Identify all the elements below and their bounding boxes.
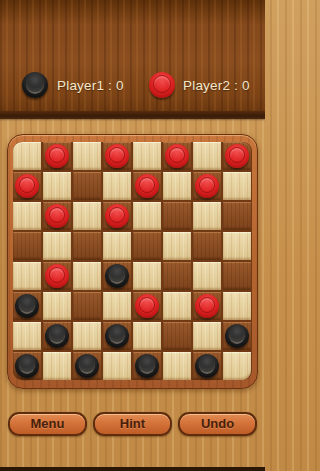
- board-square[interactable]: [73, 202, 101, 230]
- board-square[interactable]: [103, 322, 131, 350]
- board-square[interactable]: [103, 202, 131, 230]
- score-row: Player1 : 0 Player2 : 0: [0, 72, 265, 99]
- board-square[interactable]: [73, 292, 101, 320]
- board-square[interactable]: [223, 322, 251, 350]
- board-square[interactable]: [193, 322, 221, 350]
- board-square[interactable]: [43, 142, 71, 170]
- board-square[interactable]: [103, 232, 131, 260]
- red-piece[interactable]: [225, 144, 249, 168]
- red-piece[interactable]: [45, 204, 69, 228]
- red-piece[interactable]: [105, 204, 129, 228]
- board-square[interactable]: [193, 232, 221, 260]
- board-square[interactable]: [163, 202, 191, 230]
- board-square[interactable]: [13, 292, 41, 320]
- red-piece[interactable]: [165, 144, 189, 168]
- red-piece[interactable]: [105, 144, 129, 168]
- black-piece[interactable]: [105, 264, 129, 288]
- board-square[interactable]: [13, 232, 41, 260]
- board-square[interactable]: [223, 172, 251, 200]
- board-square[interactable]: [163, 292, 191, 320]
- hint-button[interactable]: Hint: [93, 412, 172, 436]
- player2-score-label: Player2 : 0: [183, 72, 250, 99]
- panel-divider: [0, 111, 265, 119]
- board-square[interactable]: [133, 172, 161, 200]
- undo-button[interactable]: Undo: [178, 412, 257, 436]
- board-square[interactable]: [13, 352, 41, 380]
- player1-score-label: Player1 : 0: [57, 72, 124, 99]
- black-piece[interactable]: [15, 294, 39, 318]
- black-piece[interactable]: [195, 354, 219, 378]
- board-square[interactable]: [43, 172, 71, 200]
- board-square[interactable]: [13, 322, 41, 350]
- board-square[interactable]: [193, 292, 221, 320]
- checkers-board: [7, 134, 258, 389]
- board-square[interactable]: [163, 322, 191, 350]
- black-piece[interactable]: [225, 324, 249, 348]
- board-square[interactable]: [163, 232, 191, 260]
- board-square[interactable]: [133, 142, 161, 170]
- red-piece[interactable]: [135, 294, 159, 318]
- board-square[interactable]: [133, 262, 161, 290]
- board-square[interactable]: [163, 262, 191, 290]
- bottom-toolbar: Menu Hint Undo: [8, 412, 257, 436]
- board-square[interactable]: [223, 352, 251, 380]
- board-square[interactable]: [13, 202, 41, 230]
- board-square[interactable]: [223, 262, 251, 290]
- board-square[interactable]: [193, 202, 221, 230]
- board-square[interactable]: [73, 262, 101, 290]
- board-square[interactable]: [133, 202, 161, 230]
- board-square[interactable]: [43, 322, 71, 350]
- red-piece[interactable]: [15, 174, 39, 198]
- board-square[interactable]: [103, 352, 131, 380]
- board-square[interactable]: [133, 292, 161, 320]
- red-piece[interactable]: [195, 174, 219, 198]
- scoreboard-panel: Player1 : 0 Player2 : 0: [0, 0, 265, 113]
- red-piece[interactable]: [195, 294, 219, 318]
- black-piece[interactable]: [105, 324, 129, 348]
- board-square[interactable]: [223, 232, 251, 260]
- board-square[interactable]: [43, 262, 71, 290]
- red-piece[interactable]: [135, 174, 159, 198]
- board-square[interactable]: [73, 142, 101, 170]
- board-square[interactable]: [103, 172, 131, 200]
- board-square[interactable]: [223, 292, 251, 320]
- board-square[interactable]: [193, 142, 221, 170]
- board-square[interactable]: [73, 352, 101, 380]
- board-square[interactable]: [193, 172, 221, 200]
- board-square[interactable]: [193, 352, 221, 380]
- board-square[interactable]: [13, 172, 41, 200]
- board-square[interactable]: [163, 352, 191, 380]
- board-grid: [13, 142, 252, 380]
- board-square[interactable]: [43, 292, 71, 320]
- player1-black-piece-icon: [22, 72, 48, 98]
- board-square[interactable]: [163, 172, 191, 200]
- menu-button[interactable]: Menu: [8, 412, 87, 436]
- board-square[interactable]: [43, 232, 71, 260]
- board-square[interactable]: [73, 172, 101, 200]
- board-square[interactable]: [103, 142, 131, 170]
- black-piece[interactable]: [135, 354, 159, 378]
- board-square[interactable]: [193, 262, 221, 290]
- board-square[interactable]: [73, 322, 101, 350]
- black-piece[interactable]: [15, 354, 39, 378]
- black-piece[interactable]: [45, 324, 69, 348]
- board-square[interactable]: [133, 352, 161, 380]
- board-square[interactable]: [163, 142, 191, 170]
- board-square[interactable]: [13, 262, 41, 290]
- board-square[interactable]: [103, 262, 131, 290]
- board-square[interactable]: [43, 202, 71, 230]
- board-square[interactable]: [223, 142, 251, 170]
- bottom-edge: [0, 467, 265, 471]
- board-square[interactable]: [133, 322, 161, 350]
- board-square[interactable]: [103, 292, 131, 320]
- board-square[interactable]: [73, 232, 101, 260]
- board-square[interactable]: [133, 232, 161, 260]
- black-piece[interactable]: [75, 354, 99, 378]
- board-square[interactable]: [223, 202, 251, 230]
- board-square[interactable]: [13, 142, 41, 170]
- red-piece[interactable]: [45, 264, 69, 288]
- player2-red-piece-icon: [149, 72, 175, 98]
- board-square[interactable]: [43, 352, 71, 380]
- red-piece[interactable]: [45, 144, 69, 168]
